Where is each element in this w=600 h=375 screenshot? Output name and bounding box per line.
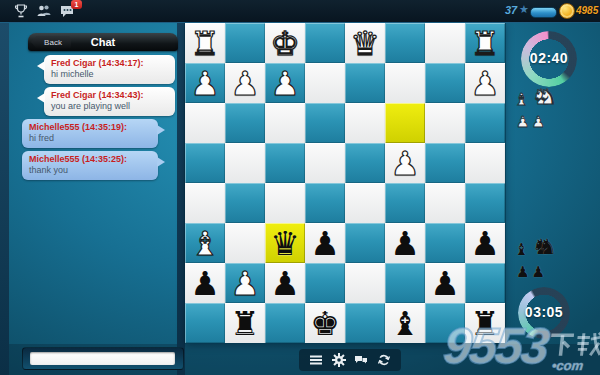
square-r7c2[interactable]: ♟ [225, 263, 265, 303]
captured-white-knight: ♞ [538, 87, 557, 108]
captured-white-pawn: ♟ [516, 115, 529, 130]
square-r3c8[interactable] [465, 103, 505, 143]
square-r6c6[interactable]: ♟ [385, 223, 425, 263]
black-bishop: ♝ [385, 303, 425, 343]
chat-messages: Fred Cigar (14:34:17):hi michelleFred Ci… [12, 55, 176, 183]
square-r2c8[interactable]: ♟ [465, 63, 505, 103]
square-r7c8[interactable] [465, 263, 505, 303]
white-pawn: ♟ [465, 63, 505, 103]
captured-black-pieces-tray: ♝♞♞♟♟ [514, 236, 586, 280]
level-star-icon: ★ [519, 3, 529, 16]
chat-badge: 1 [71, 0, 82, 9]
square-r2c2[interactable]: ♟ [225, 63, 265, 103]
captured-white-pieces-tray: ♝♞♞♟♟ [514, 86, 586, 130]
square-r3c5[interactable] [345, 103, 385, 143]
square-r8c6[interactable]: ♝ [385, 303, 425, 343]
square-r6c5[interactable] [345, 223, 385, 263]
chat-input-container [22, 347, 184, 370]
captured-white-pawn: ♟ [531, 115, 544, 130]
square-r1c6[interactable] [385, 23, 425, 63]
opponent-clock-ring: 02:40 [521, 31, 577, 87]
black-pawn: ♟ [385, 223, 425, 263]
xp-progress-pill [530, 7, 557, 18]
square-r6c7[interactable] [425, 223, 465, 263]
square-r5c5[interactable] [345, 183, 385, 223]
square-r2c3[interactable]: ♟ [265, 63, 305, 103]
square-r4c5[interactable] [345, 143, 385, 183]
back-button[interactable]: Back [31, 36, 71, 49]
chat-header: Back Chat [28, 33, 178, 51]
square-r4c7[interactable] [425, 143, 465, 183]
white-pawn: ♟ [265, 63, 305, 103]
chat-message: Fred Cigar (14:34:43):you are playing we… [44, 87, 175, 116]
player-clock-ring: 03:05 [518, 287, 570, 339]
bubble-tail [37, 61, 45, 71]
square-r2c1[interactable]: ♟ [185, 63, 225, 103]
message-text: hi michelle [51, 69, 168, 80]
chat-message: Michelle555 (14:35:19):hi fred [22, 119, 158, 148]
white-pawn: ♟ [385, 143, 425, 183]
level-value: 37 [505, 4, 517, 16]
white-queen: ♛ [345, 23, 385, 63]
bubble-tail [37, 93, 45, 103]
message-text: hi fred [29, 133, 151, 144]
square-r3c2[interactable] [225, 103, 265, 143]
message-author: Michelle555 (14:35:19): [29, 122, 151, 133]
square-r8c3[interactable] [265, 303, 305, 343]
chess-board: ♜♚♛♜♟♟♟♟♟♝♛♟♟♟♟♟♟♟♜♚♝♜ [185, 23, 505, 343]
square-r4c3[interactable] [265, 143, 305, 183]
black-queen: ♛ [265, 223, 305, 263]
white-bishop: ♝ [185, 223, 225, 263]
square-r2c4[interactable] [305, 63, 345, 103]
black-rook: ♜ [225, 303, 265, 343]
square-r6c2[interactable] [225, 223, 265, 263]
square-r3c4[interactable] [305, 103, 345, 143]
square-r5c4[interactable] [305, 183, 345, 223]
square-r1c1[interactable]: ♜ [185, 23, 225, 63]
opponent-clock: 02:40 [521, 50, 577, 66]
square-r8c4[interactable]: ♚ [305, 303, 345, 343]
message-author: Michelle555 (14:35:25): [29, 154, 151, 165]
square-r3c6[interactable] [385, 103, 425, 143]
square-r8c2[interactable]: ♜ [225, 303, 265, 343]
message-text: you are playing well [51, 101, 168, 112]
chat-message: Fred Cigar (14:34:17):hi michelle [44, 55, 175, 84]
square-r1c5[interactable]: ♛ [345, 23, 385, 63]
captured-black-pawn: ♟ [531, 265, 544, 280]
trophy-icon[interactable] [13, 3, 29, 19]
message-text: thank you [29, 165, 151, 176]
square-r2c7[interactable] [425, 63, 465, 103]
coins-value: 4985 [576, 5, 598, 16]
captured-black-knight: ♞ [538, 237, 557, 258]
black-pawn: ♟ [305, 223, 345, 263]
square-r3c7[interactable] [425, 103, 465, 143]
black-pawn: ♟ [265, 263, 305, 303]
square-r5c8[interactable] [465, 183, 505, 223]
bubble-tail [157, 125, 165, 135]
square-r2c5[interactable] [345, 63, 385, 103]
square-r3c3[interactable] [265, 103, 305, 143]
square-r4c4[interactable] [305, 143, 345, 183]
top-bar: 1 37 ★ 4985 [0, 0, 600, 23]
square-r4c8[interactable] [465, 143, 505, 183]
square-r5c6[interactable] [385, 183, 425, 223]
chat-icon[interactable]: 1 [59, 3, 75, 19]
square-r1c7[interactable] [425, 23, 465, 63]
message-author: Fred Cigar (14:34:43): [51, 90, 168, 101]
square-r8c7[interactable] [425, 303, 465, 343]
square-r7c5[interactable] [345, 263, 385, 303]
square-r6c1[interactable]: ♝ [185, 223, 225, 263]
black-rook: ♜ [465, 303, 505, 343]
square-r7c6[interactable] [385, 263, 425, 303]
square-r6c3[interactable]: ♛ [265, 223, 305, 263]
chat-input[interactable] [30, 352, 175, 365]
player-clock: 03:05 [518, 304, 570, 320]
square-r6c4[interactable]: ♟ [305, 223, 345, 263]
white-pawn: ♟ [225, 63, 265, 103]
white-rook: ♜ [185, 23, 225, 63]
black-pawn: ♟ [185, 263, 225, 303]
game-window: 1 37 ★ 4985 Back Chat Fred Cigar (14:34:… [0, 0, 600, 375]
square-r7c1[interactable]: ♟ [185, 263, 225, 303]
captured-white-bishop: ♝ [514, 92, 528, 108]
square-r4c2[interactable] [225, 143, 265, 183]
chat-message: Michelle555 (14:35:25):thank you [22, 151, 158, 180]
square-r8c1[interactable] [185, 303, 225, 343]
left-edge-strip [0, 22, 9, 375]
square-r7c4[interactable] [305, 263, 345, 303]
square-r1c3[interactable]: ♚ [265, 23, 305, 63]
square-r6c8[interactable]: ♟ [465, 223, 505, 263]
rematch-swap-icon[interactable] [377, 353, 391, 367]
square-r1c4[interactable] [305, 23, 345, 63]
settings-gear-icon[interactable] [332, 353, 346, 367]
chat-bubbles-icon[interactable] [354, 353, 368, 367]
black-pawn: ♟ [465, 223, 505, 263]
game-toolbar [299, 349, 401, 371]
players-icon[interactable] [36, 3, 52, 19]
square-r3c1[interactable] [185, 103, 225, 143]
white-rook: ♜ [465, 23, 505, 63]
square-r2c6[interactable] [385, 63, 425, 103]
square-r4c6[interactable]: ♟ [385, 143, 425, 183]
coin-icon [559, 3, 575, 19]
square-r8c5[interactable] [345, 303, 385, 343]
square-r5c7[interactable] [425, 183, 465, 223]
square-r8c8[interactable]: ♜ [465, 303, 505, 343]
captured-black-bishop: ♝ [514, 242, 528, 258]
square-r5c1[interactable] [185, 183, 225, 223]
square-r7c3[interactable]: ♟ [265, 263, 305, 303]
square-r5c2[interactable] [225, 183, 265, 223]
white-king: ♚ [265, 23, 305, 63]
white-pawn: ♟ [185, 63, 225, 103]
captured-black-pawn: ♟ [516, 265, 529, 280]
black-king: ♚ [305, 303, 345, 343]
black-pawn: ♟ [425, 263, 465, 303]
square-r4c1[interactable] [185, 143, 225, 183]
square-r1c8[interactable]: ♜ [465, 23, 505, 63]
square-r7c7[interactable]: ♟ [425, 263, 465, 303]
message-author: Fred Cigar (14:34:17): [51, 58, 168, 69]
chat-panel: Back Chat Fred Cigar (14:34:17):hi miche… [9, 22, 177, 345]
square-r1c2[interactable] [225, 23, 265, 63]
bubble-tail [157, 157, 165, 167]
white-pawn: ♟ [225, 263, 265, 303]
chat-board-divider [177, 22, 185, 375]
square-r5c3[interactable] [265, 183, 305, 223]
menu-icon[interactable] [309, 353, 323, 367]
